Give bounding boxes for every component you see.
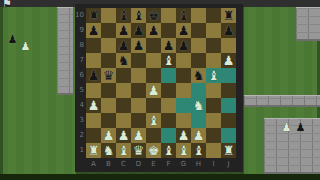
square-a2[interactable] — [86, 128, 101, 143]
square-a7[interactable] — [86, 53, 101, 68]
file-label-g: G — [176, 158, 191, 170]
square-f2[interactable] — [161, 128, 176, 143]
piece-black-pawn: ♟ — [116, 23, 131, 38]
file-label-i: I — [206, 158, 221, 170]
square-a5[interactable] — [86, 83, 101, 98]
square-i9[interactable] — [206, 23, 221, 38]
file-label-e: E — [146, 158, 161, 170]
square-b3[interactable] — [101, 113, 116, 128]
square-b8[interactable] — [101, 38, 116, 53]
square-b2[interactable]: ♟ — [101, 128, 116, 143]
square-g5[interactable] — [176, 83, 191, 98]
file-label-b: B — [101, 158, 116, 170]
chess-board: ♜♝♝♚♝♜♟♟♟♟♟♟♟♟♟♟♞♝♟♟♛♞♝♟♟♞♝♟♟♟♟♟♜♞♝♛♚♝♝♝… — [86, 8, 236, 158]
square-f9[interactable] — [161, 23, 176, 38]
square-f6[interactable] — [161, 68, 176, 83]
square-h8[interactable] — [191, 38, 206, 53]
square-g9[interactable]: ♟ — [176, 23, 191, 38]
piece-white-pawn: ♟ — [116, 128, 131, 143]
square-j6[interactable] — [221, 68, 236, 83]
rank-label-5: 5 — [75, 83, 86, 98]
square-i8[interactable] — [206, 38, 221, 53]
square-b5[interactable] — [101, 83, 116, 98]
piece-black-pawn: ♟ — [131, 23, 146, 38]
square-d2[interactable]: ♟ — [131, 128, 146, 143]
square-g1[interactable]: ♝ — [176, 143, 191, 158]
piece-black-pawn: ♟ — [176, 38, 191, 53]
rank-labels: 10987654321 — [75, 8, 86, 158]
stone-wall-top-right — [296, 7, 320, 41]
square-i10[interactable] — [206, 8, 221, 23]
piece-white-bishop: ♝ — [116, 143, 131, 158]
square-f8[interactable]: ♟ — [161, 38, 176, 53]
square-h2[interactable]: ♟ — [191, 128, 206, 143]
piece-black-pawn: ♟ — [131, 38, 146, 53]
square-b7[interactable] — [101, 53, 116, 68]
square-j2[interactable] — [221, 128, 236, 143]
square-c3[interactable] — [116, 113, 131, 128]
square-b4[interactable] — [101, 98, 116, 113]
bottom-border — [0, 174, 320, 180]
square-i2[interactable] — [206, 128, 221, 143]
square-a10[interactable]: ♜ — [86, 8, 101, 23]
square-i5[interactable] — [206, 83, 221, 98]
square-i3[interactable] — [206, 113, 221, 128]
square-e1[interactable]: ♚ — [146, 143, 161, 158]
piece-white-bishop: ♝ — [191, 143, 206, 158]
square-c8[interactable]: ♟ — [116, 38, 131, 53]
square-j1[interactable]: ♜ — [221, 143, 236, 158]
rank-label-6: 6 — [75, 68, 86, 83]
file-label-f: F — [161, 158, 176, 170]
square-b6[interactable]: ♛ — [101, 68, 116, 83]
rank-label-10: 10 — [75, 8, 86, 23]
piece-white-pawn: ♟ — [101, 128, 116, 143]
square-i1[interactable] — [206, 143, 221, 158]
piece-black-pawn: ♟ — [221, 23, 236, 38]
rank-label-7: 7 — [75, 53, 86, 68]
square-a4[interactable]: ♟ — [86, 98, 101, 113]
piece-white-bishop: ♝ — [146, 113, 161, 128]
piece-white-bishop: ♝ — [161, 143, 176, 158]
square-j10[interactable]: ♜ — [221, 8, 236, 23]
square-f4[interactable] — [161, 98, 176, 113]
flag-icon[interactable]: ⚑ — [2, 0, 12, 9]
square-c1[interactable]: ♝ — [116, 143, 131, 158]
square-a8[interactable] — [86, 38, 101, 53]
square-d10[interactable]: ♝ — [131, 8, 146, 23]
tray-piece-white-pawn: ♟ — [19, 40, 32, 54]
piece-white-pawn: ♟ — [146, 83, 161, 98]
square-d4[interactable] — [131, 98, 146, 113]
square-i6[interactable]: ♝ — [206, 68, 221, 83]
game-screen: ⚑ ♟♟ ♟♟ 10987654321 ♜♝♝♚♝♜♟♟♟♟♟♟♟♟♟♟♞♝♟♟… — [0, 0, 320, 180]
square-g7[interactable] — [176, 53, 191, 68]
square-a6[interactable]: ♟ — [86, 68, 101, 83]
piece-white-pawn: ♟ — [191, 128, 206, 143]
piece-black-pawn: ♟ — [86, 23, 101, 38]
square-d3[interactable] — [131, 113, 146, 128]
square-j7[interactable]: ♟ — [221, 53, 236, 68]
square-d1[interactable]: ♛ — [131, 143, 146, 158]
rank-label-1: 1 — [75, 143, 86, 158]
piece-white-pawn: ♟ — [221, 53, 236, 68]
file-label-a: A — [86, 158, 101, 170]
board-frame: 10987654321 ♜♝♝♚♝♜♟♟♟♟♟♟♟♟♟♟♞♝♟♟♛♞♝♟♟♞♝♟… — [75, 4, 243, 172]
square-e8[interactable] — [146, 38, 161, 53]
square-d6[interactable] — [131, 68, 146, 83]
square-e5[interactable]: ♟ — [146, 83, 161, 98]
square-e4[interactable] — [146, 98, 161, 113]
stone-wall-left — [57, 7, 73, 95]
square-c4[interactable] — [116, 98, 131, 113]
square-f10[interactable] — [161, 8, 176, 23]
square-g8[interactable]: ♟ — [176, 38, 191, 53]
piece-black-knight: ♞ — [191, 68, 206, 83]
piece-white-knight: ♞ — [191, 98, 206, 113]
square-e6[interactable] — [146, 68, 161, 83]
square-j8[interactable] — [221, 38, 236, 53]
square-a9[interactable]: ♟ — [86, 23, 101, 38]
piece-white-bishop: ♝ — [161, 53, 176, 68]
square-f7[interactable]: ♝ — [161, 53, 176, 68]
square-h7[interactable] — [191, 53, 206, 68]
piece-white-bishop: ♝ — [176, 143, 191, 158]
rank-label-4: 4 — [75, 98, 86, 113]
square-h6[interactable]: ♞ — [191, 68, 206, 83]
piece-white-queen: ♛ — [131, 143, 146, 158]
square-a1[interactable]: ♜ — [86, 143, 101, 158]
square-g10[interactable]: ♝ — [176, 8, 191, 23]
piece-white-rook: ♜ — [86, 143, 101, 158]
piece-black-knight: ♞ — [116, 53, 131, 68]
square-h3[interactable] — [191, 113, 206, 128]
square-d9[interactable]: ♟ — [131, 23, 146, 38]
file-label-h: H — [191, 158, 206, 170]
tray-piece-black-pawn: ♟ — [6, 33, 19, 47]
stone-ledge-right — [244, 95, 320, 107]
square-j5[interactable] — [221, 83, 236, 98]
square-d8[interactable]: ♟ — [131, 38, 146, 53]
piece-black-pawn: ♟ — [116, 38, 131, 53]
tray-piece-white-pawn: ♟ — [280, 121, 293, 135]
piece-black-rook: ♜ — [221, 8, 236, 23]
square-c7[interactable]: ♞ — [116, 53, 131, 68]
piece-white-knight: ♞ — [101, 143, 116, 158]
square-i7[interactable] — [206, 53, 221, 68]
piece-white-rook: ♜ — [221, 143, 236, 158]
square-d7[interactable] — [131, 53, 146, 68]
square-e9[interactable]: ♟ — [146, 23, 161, 38]
square-f3[interactable] — [161, 113, 176, 128]
file-label-c: C — [116, 158, 131, 170]
tray-piece-black-pawn: ♟ — [294, 121, 307, 135]
rank-label-2: 2 — [75, 128, 86, 143]
rank-label-8: 8 — [75, 38, 86, 53]
square-b10[interactable] — [101, 8, 116, 23]
square-c5[interactable] — [116, 83, 131, 98]
square-e10[interactable]: ♚ — [146, 8, 161, 23]
square-h1[interactable]: ♝ — [191, 143, 206, 158]
square-c9[interactable]: ♟ — [116, 23, 131, 38]
file-label-d: D — [131, 158, 146, 170]
square-g2[interactable]: ♟ — [176, 128, 191, 143]
square-d5[interactable] — [131, 83, 146, 98]
rank-label-3: 3 — [75, 113, 86, 128]
piece-tray-right: ♟♟ — [280, 121, 314, 141]
square-j3[interactable] — [221, 113, 236, 128]
piece-black-pawn: ♟ — [146, 23, 161, 38]
square-j4[interactable] — [221, 98, 236, 113]
square-f5[interactable] — [161, 83, 176, 98]
piece-white-pawn: ♟ — [86, 98, 101, 113]
piece-black-bishop: ♝ — [131, 8, 146, 23]
square-h10[interactable] — [191, 8, 206, 23]
square-c2[interactable]: ♟ — [116, 128, 131, 143]
square-g4[interactable] — [176, 98, 191, 113]
square-b9[interactable] — [101, 23, 116, 38]
piece-white-king: ♚ — [146, 143, 161, 158]
square-c6[interactable] — [116, 68, 131, 83]
piece-black-queen: ♛ — [101, 68, 116, 83]
piece-white-pawn: ♟ — [176, 128, 191, 143]
piece-white-pawn: ♟ — [131, 128, 146, 143]
square-g3[interactable] — [176, 113, 191, 128]
square-e2[interactable] — [146, 128, 161, 143]
square-a3[interactable] — [86, 113, 101, 128]
square-c10[interactable]: ♝ — [116, 8, 131, 23]
square-f1[interactable]: ♝ — [161, 143, 176, 158]
square-i4[interactable] — [206, 98, 221, 113]
square-h5[interactable] — [191, 83, 206, 98]
square-b1[interactable]: ♞ — [101, 143, 116, 158]
square-j9[interactable]: ♟ — [221, 23, 236, 38]
file-labels: ABCDEFGHIJ — [86, 158, 236, 170]
piece-white-bishop: ♝ — [206, 68, 221, 83]
piece-tray-left: ♟♟ — [6, 33, 36, 59]
square-e3[interactable]: ♝ — [146, 113, 161, 128]
piece-black-pawn: ♟ — [86, 68, 101, 83]
square-h4[interactable]: ♞ — [191, 98, 206, 113]
rank-label-9: 9 — [75, 23, 86, 38]
file-label-j: J — [221, 158, 236, 170]
piece-black-rook: ♜ — [86, 8, 101, 23]
piece-black-pawn: ♟ — [176, 23, 191, 38]
square-g6[interactable] — [176, 68, 191, 83]
piece-black-bishop: ♝ — [116, 8, 131, 23]
piece-black-pawn: ♟ — [161, 38, 176, 53]
square-h9[interactable] — [191, 23, 206, 38]
piece-black-king: ♚ — [146, 8, 161, 23]
piece-black-bishop: ♝ — [176, 8, 191, 23]
square-e7[interactable] — [146, 53, 161, 68]
